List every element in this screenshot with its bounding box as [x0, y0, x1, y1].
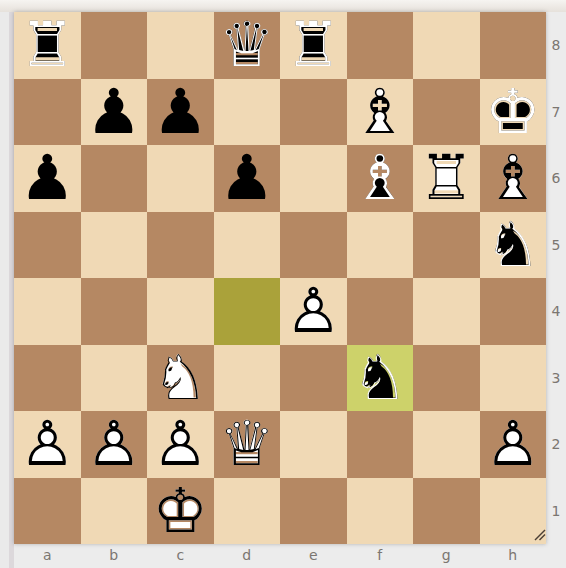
square-b5[interactable] [81, 212, 148, 279]
square-h3[interactable] [480, 345, 547, 412]
square-a2[interactable]: ♟♙ [14, 411, 81, 478]
white-bishop-detail: ♗ [480, 145, 547, 212]
white-pawn[interactable]: ♟♙ [14, 411, 81, 478]
white-pawn-detail: ♙ [480, 411, 547, 478]
square-h2[interactable]: ♟♙ [480, 411, 547, 478]
white-bishop-detail: ♗ [347, 79, 414, 146]
square-a6[interactable]: ♟♙ [14, 145, 81, 212]
file-label-b: b [81, 546, 148, 568]
square-e2[interactable] [280, 411, 347, 478]
square-f5[interactable] [347, 212, 414, 279]
square-e5[interactable] [280, 212, 347, 279]
square-b8[interactable] [81, 12, 148, 79]
square-d5[interactable] [214, 212, 281, 279]
square-c6[interactable] [147, 145, 214, 212]
square-a5[interactable] [14, 212, 81, 279]
file-label-d: d [214, 546, 281, 568]
square-d8[interactable]: ♛♕ [214, 12, 281, 79]
black-rook-detail: ♖ [14, 12, 81, 79]
file-label-g: g [413, 546, 480, 568]
square-g8[interactable] [413, 12, 480, 79]
white-pawn-detail: ♙ [14, 411, 81, 478]
square-g4[interactable] [413, 278, 480, 345]
square-f3[interactable]: ♞♘ [347, 345, 414, 412]
file-label-h: h [480, 546, 547, 568]
black-pawn[interactable]: ♟♙ [14, 145, 81, 212]
white-knight[interactable]: ♞♘ [147, 345, 214, 412]
left-gutter [0, 12, 14, 568]
black-rook-detail: ♖ [280, 12, 347, 79]
square-h6[interactable]: ♝♗ [480, 145, 547, 212]
white-rook[interactable]: ♜♖ [413, 145, 480, 212]
white-rook-detail: ♖ [413, 145, 480, 212]
square-h8[interactable] [480, 12, 547, 79]
square-c2[interactable]: ♟♙ [147, 411, 214, 478]
file-label-a: a [14, 546, 81, 568]
rank-label-1: 1 [546, 478, 566, 545]
square-a4[interactable] [14, 278, 81, 345]
page: ♜♖♛♕♜♖♟♙♟♙♝♗♚♔♟♙♟♙♝♗♜♖♝♗♞♘♟♙♞♘♞♘♟♙♟♙♟♙♛♕… [0, 0, 566, 568]
white-bishop[interactable]: ♝♗ [347, 79, 414, 146]
square-e7[interactable] [280, 79, 347, 146]
square-b6[interactable] [81, 145, 148, 212]
white-queen-detail: ♕ [214, 411, 281, 478]
square-f8[interactable] [347, 12, 414, 79]
white-king-detail: ♔ [147, 478, 214, 545]
square-h4[interactable] [480, 278, 547, 345]
square-a3[interactable] [14, 345, 81, 412]
square-c7[interactable]: ♟♙ [147, 79, 214, 146]
rank-label-5: 5 [546, 212, 566, 279]
file-label-c: c [147, 546, 214, 568]
square-a7[interactable] [14, 79, 81, 146]
square-g6[interactable]: ♜♖ [413, 145, 480, 212]
square-c4[interactable] [147, 278, 214, 345]
rank-label-8: 8 [546, 12, 566, 79]
square-e3[interactable] [280, 345, 347, 412]
white-pawn-detail: ♙ [280, 278, 347, 345]
white-pawn[interactable]: ♟♙ [81, 411, 148, 478]
white-pawn[interactable]: ♟♙ [480, 411, 547, 478]
file-coordinates: abcdefgh [14, 546, 546, 568]
square-d1[interactable] [214, 478, 281, 545]
rank-label-6: 6 [546, 145, 566, 212]
chess-board: ♜♖♛♕♜♖♟♙♟♙♝♗♚♔♟♙♟♙♝♗♜♖♝♗♞♘♟♙♞♘♞♘♟♙♟♙♟♙♛♕… [14, 12, 546, 544]
black-king-detail: ♔ [480, 79, 547, 146]
white-pawn[interactable]: ♟♙ [147, 411, 214, 478]
rank-coordinates: 87654321 [546, 12, 566, 544]
square-f6[interactable]: ♝♗ [347, 145, 414, 212]
square-b1[interactable] [81, 478, 148, 545]
square-g2[interactable] [413, 411, 480, 478]
square-d4[interactable] [214, 278, 281, 345]
square-g1[interactable] [413, 478, 480, 545]
top-strip [0, 0, 566, 12]
black-queen[interactable]: ♛♕ [214, 12, 281, 79]
square-d7[interactable] [214, 79, 281, 146]
black-pawn[interactable]: ♟♙ [147, 79, 214, 146]
black-knight-detail: ♘ [347, 345, 414, 412]
square-b3[interactable] [81, 345, 148, 412]
black-rook[interactable]: ♜♖ [280, 12, 347, 79]
square-f2[interactable] [347, 411, 414, 478]
black-queen-detail: ♕ [214, 12, 281, 79]
white-pawn-detail: ♙ [147, 411, 214, 478]
black-pawn[interactable]: ♟♙ [214, 145, 281, 212]
square-c3[interactable]: ♞♘ [147, 345, 214, 412]
square-d3[interactable] [214, 345, 281, 412]
black-pawn[interactable]: ♟♙ [81, 79, 148, 146]
black-knight-detail: ♘ [480, 212, 547, 279]
white-knight-detail: ♘ [147, 345, 214, 412]
white-king[interactable]: ♚♔ [147, 478, 214, 545]
rank-label-4: 4 [546, 278, 566, 345]
rank-label-7: 7 [546, 79, 566, 146]
black-bishop[interactable]: ♝♗ [347, 145, 414, 212]
square-e6[interactable] [280, 145, 347, 212]
white-pawn[interactable]: ♟♙ [280, 278, 347, 345]
square-h5[interactable]: ♞♘ [480, 212, 547, 279]
white-queen[interactable]: ♛♕ [214, 411, 281, 478]
black-knight[interactable]: ♞♘ [480, 212, 547, 279]
square-d2[interactable]: ♛♕ [214, 411, 281, 478]
square-g3[interactable] [413, 345, 480, 412]
file-label-e: e [280, 546, 347, 568]
square-b7[interactable]: ♟♙ [81, 79, 148, 146]
square-a1[interactable] [14, 478, 81, 545]
square-b2[interactable]: ♟♙ [81, 411, 148, 478]
square-e4[interactable]: ♟♙ [280, 278, 347, 345]
rank-label-3: 3 [546, 345, 566, 412]
black-pawn-glyph: ♟ [81, 79, 148, 146]
rank-label-2: 2 [546, 411, 566, 478]
black-king[interactable]: ♚♔ [480, 79, 547, 146]
square-f4[interactable] [347, 278, 414, 345]
black-bishop-detail: ♗ [347, 145, 414, 212]
square-c8[interactable] [147, 12, 214, 79]
square-f1[interactable] [347, 478, 414, 545]
black-pawn-glyph: ♟ [214, 145, 281, 212]
black-pawn-glyph: ♟ [14, 145, 81, 212]
square-e1[interactable] [280, 478, 347, 545]
square-g7[interactable] [413, 79, 480, 146]
white-bishop[interactable]: ♝♗ [480, 145, 547, 212]
black-rook[interactable]: ♜♖ [14, 12, 81, 79]
square-f7[interactable]: ♝♗ [347, 79, 414, 146]
square-e8[interactable]: ♜♖ [280, 12, 347, 79]
black-knight[interactable]: ♞♘ [347, 345, 414, 412]
white-pawn-detail: ♙ [81, 411, 148, 478]
square-c1[interactable]: ♚♔ [147, 478, 214, 545]
square-g5[interactable] [413, 212, 480, 279]
square-c5[interactable] [147, 212, 214, 279]
square-h7[interactable]: ♚♔ [480, 79, 547, 146]
square-d6[interactable]: ♟♙ [214, 145, 281, 212]
square-a8[interactable]: ♜♖ [14, 12, 81, 79]
file-label-f: f [347, 546, 414, 568]
black-pawn-glyph: ♟ [147, 79, 214, 146]
square-b4[interactable] [81, 278, 148, 345]
board-resize-handle-icon[interactable] [534, 529, 546, 541]
